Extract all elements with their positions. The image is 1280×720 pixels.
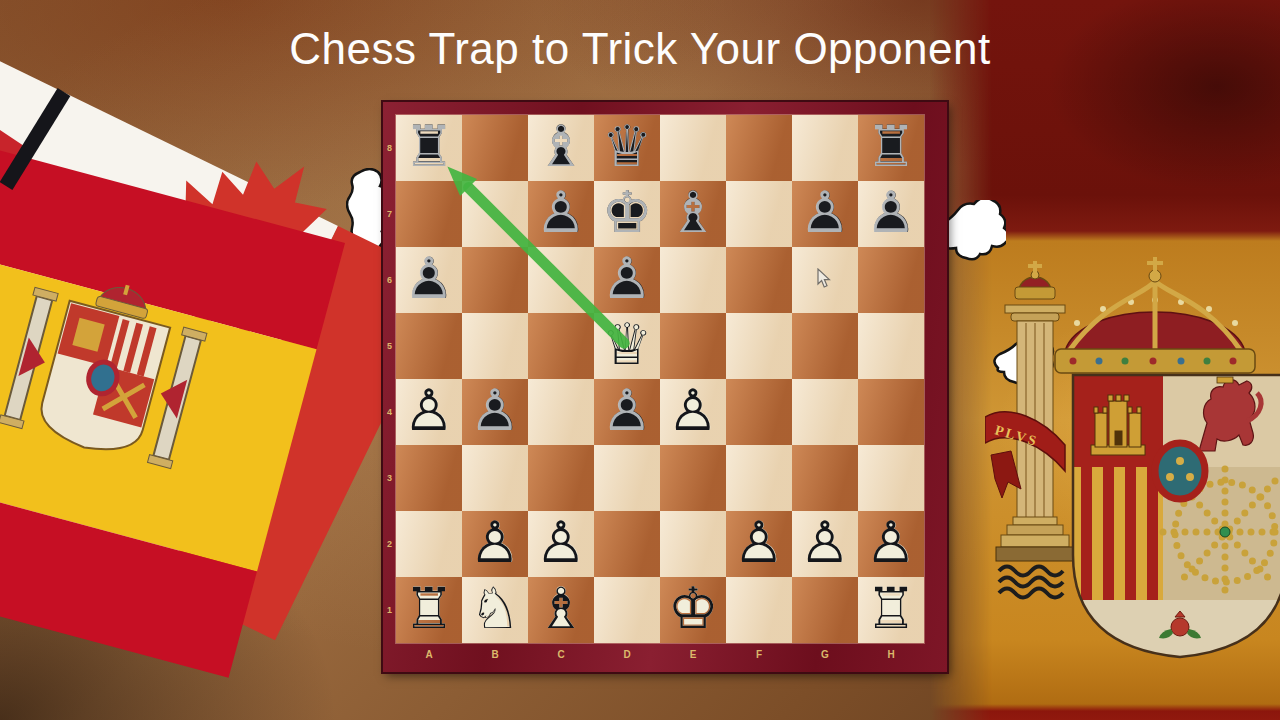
flags-collage xyxy=(0,38,400,698)
shield xyxy=(1073,375,1280,665)
square-h8[interactable]: ♜♖ xyxy=(858,115,924,181)
square-b1[interactable]: ♞♘ xyxy=(462,577,528,643)
piece-black-pawn[interactable]: ♟♙ xyxy=(396,247,462,313)
square-e3[interactable] xyxy=(660,445,726,511)
square-e2[interactable] xyxy=(660,511,726,577)
file-label-B: B xyxy=(485,649,505,660)
square-g4[interactable] xyxy=(792,379,858,445)
square-e8[interactable] xyxy=(660,115,726,181)
file-label-H: H xyxy=(881,649,901,660)
square-d7[interactable]: ♚♔ xyxy=(594,181,660,247)
square-g5[interactable] xyxy=(792,313,858,379)
piece-white-bishop[interactable]: ♝♗ xyxy=(528,577,594,643)
square-g8[interactable] xyxy=(792,115,858,181)
square-c5[interactable] xyxy=(528,313,594,379)
piece-black-pawn[interactable]: ♟♙ xyxy=(462,379,528,445)
square-f5[interactable] xyxy=(726,313,792,379)
water-waves-icon xyxy=(999,567,1063,598)
mouse-cursor-icon xyxy=(817,268,833,290)
square-e1[interactable]: ♚♔ xyxy=(660,577,726,643)
square-a5[interactable] xyxy=(396,313,462,379)
piece-white-knight[interactable]: ♞♘ xyxy=(462,577,528,643)
spain-coat-of-arms: PLVS xyxy=(985,255,1280,665)
square-c4[interactable] xyxy=(528,379,594,445)
piece-white-king[interactable]: ♚♔ xyxy=(660,577,726,643)
square-f8[interactable] xyxy=(726,115,792,181)
file-label-C: C xyxy=(551,649,571,660)
file-label-E: E xyxy=(683,649,703,660)
piece-black-bishop[interactable]: ♝♗ xyxy=(528,115,594,181)
square-a7[interactable] xyxy=(396,181,462,247)
page-title: Chess Trap to Trick Your Opponent xyxy=(0,24,1280,74)
piece-black-king[interactable]: ♚♔ xyxy=(594,181,660,247)
piece-black-rook[interactable]: ♜♖ xyxy=(396,115,462,181)
square-a8[interactable]: ♜♖ xyxy=(396,115,462,181)
square-b5[interactable] xyxy=(462,313,528,379)
rank-label-2: 2 xyxy=(383,539,396,549)
video-frame: { "title": "Chess Trap to Trick Your Opp… xyxy=(0,0,1280,720)
square-b6[interactable] xyxy=(462,247,528,313)
piece-white-queen[interactable]: ♛♕ xyxy=(594,313,660,379)
chess-board: ♜♖♝♗♛♕♜♖♟♙♚♔♝♗♟♙♟♙♟♙♟♙♛♕♟♙♟♙♟♙♟♙♟♙♟♙♟♙♟♙… xyxy=(383,102,947,672)
square-g2[interactable]: ♟♙ xyxy=(792,511,858,577)
piece-white-pawn[interactable]: ♟♙ xyxy=(396,379,462,445)
square-f3[interactable] xyxy=(726,445,792,511)
rank-label-6: 6 xyxy=(383,275,396,285)
rank-label-3: 3 xyxy=(383,473,396,483)
square-d1[interactable] xyxy=(594,577,660,643)
square-h6[interactable] xyxy=(858,247,924,313)
square-c7[interactable]: ♟♙ xyxy=(528,181,594,247)
square-c6[interactable] xyxy=(528,247,594,313)
file-label-D: D xyxy=(617,649,637,660)
square-e7[interactable]: ♝♗ xyxy=(660,181,726,247)
piece-white-pawn[interactable]: ♟♙ xyxy=(726,511,792,577)
piece-black-pawn[interactable]: ♟♙ xyxy=(594,379,660,445)
piece-black-pawn[interactable]: ♟♙ xyxy=(594,247,660,313)
piece-white-pawn[interactable]: ♟♙ xyxy=(462,511,528,577)
file-label-G: G xyxy=(815,649,835,660)
royal-crown-icon xyxy=(1055,257,1255,373)
square-d2[interactable] xyxy=(594,511,660,577)
rank-label-4: 4 xyxy=(383,407,396,417)
square-f1[interactable] xyxy=(726,577,792,643)
pillar-of-hercules-icon: PLVS xyxy=(985,261,1074,598)
square-c8[interactable]: ♝♗ xyxy=(528,115,594,181)
square-b3[interactable] xyxy=(462,445,528,511)
square-f6[interactable] xyxy=(726,247,792,313)
square-h2[interactable]: ♟♙ xyxy=(858,511,924,577)
piece-white-pawn[interactable]: ♟♙ xyxy=(858,511,924,577)
rank-label-8: 8 xyxy=(383,143,396,153)
piece-black-bishop[interactable]: ♝♗ xyxy=(660,181,726,247)
piece-white-pawn[interactable]: ♟♙ xyxy=(792,511,858,577)
piece-white-rook[interactable]: ♜♖ xyxy=(858,577,924,643)
square-b2[interactable]: ♟♙ xyxy=(462,511,528,577)
square-g3[interactable] xyxy=(792,445,858,511)
square-h7[interactable]: ♟♙ xyxy=(858,181,924,247)
square-a4[interactable]: ♟♙ xyxy=(396,379,462,445)
square-h1[interactable]: ♜♖ xyxy=(858,577,924,643)
square-h5[interactable] xyxy=(858,313,924,379)
square-d3[interactable] xyxy=(594,445,660,511)
piece-white-pawn[interactable]: ♟♙ xyxy=(528,511,594,577)
square-c2[interactable]: ♟♙ xyxy=(528,511,594,577)
square-a1[interactable]: ♜♖ xyxy=(396,577,462,643)
piece-black-pawn[interactable]: ♟♙ xyxy=(858,181,924,247)
piece-black-rook[interactable]: ♜♖ xyxy=(858,115,924,181)
square-g7[interactable]: ♟♙ xyxy=(792,181,858,247)
rank-label-7: 7 xyxy=(383,209,396,219)
piece-black-pawn[interactable]: ♟♙ xyxy=(528,181,594,247)
square-d5[interactable]: ♛♕ xyxy=(594,313,660,379)
square-h4[interactable] xyxy=(858,379,924,445)
square-a6[interactable]: ♟♙ xyxy=(396,247,462,313)
file-label-A: A xyxy=(419,649,439,660)
square-a2[interactable] xyxy=(396,511,462,577)
square-d4[interactable]: ♟♙ xyxy=(594,379,660,445)
square-d6[interactable]: ♟♙ xyxy=(594,247,660,313)
square-e5[interactable] xyxy=(660,313,726,379)
piece-black-queen[interactable]: ♛♕ xyxy=(594,115,660,181)
square-c3[interactable] xyxy=(528,445,594,511)
file-label-F: F xyxy=(749,649,769,660)
board-grid: ♜♖♝♗♛♕♜♖♟♙♚♔♝♗♟♙♟♙♟♙♟♙♛♕♟♙♟♙♟♙♟♙♟♙♟♙♟♙♟♙… xyxy=(396,115,924,643)
square-h3[interactable] xyxy=(858,445,924,511)
square-a3[interactable] xyxy=(396,445,462,511)
square-c1[interactable]: ♝♗ xyxy=(528,577,594,643)
piece-white-rook[interactable]: ♜♖ xyxy=(396,577,462,643)
piece-white-pawn[interactable]: ♟♙ xyxy=(660,379,726,445)
square-f2[interactable]: ♟♙ xyxy=(726,511,792,577)
square-b8[interactable] xyxy=(462,115,528,181)
square-e4[interactable]: ♟♙ xyxy=(660,379,726,445)
bourbon-oval xyxy=(1155,443,1205,499)
square-g1[interactable] xyxy=(792,577,858,643)
rank-label-5: 5 xyxy=(383,341,396,351)
square-b4[interactable]: ♟♙ xyxy=(462,379,528,445)
square-f4[interactable] xyxy=(726,379,792,445)
square-f7[interactable] xyxy=(726,181,792,247)
square-d8[interactable]: ♛♕ xyxy=(594,115,660,181)
square-b7[interactable] xyxy=(462,181,528,247)
square-e6[interactable] xyxy=(660,247,726,313)
piece-black-pawn[interactable]: ♟♙ xyxy=(792,181,858,247)
rank-label-1: 1 xyxy=(383,605,396,615)
